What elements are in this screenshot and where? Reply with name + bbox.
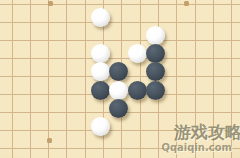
grid-vline [30, 0, 31, 158]
white-stone [91, 8, 110, 27]
white-stone [128, 44, 147, 63]
star-point [48, 1, 53, 6]
black-stone [146, 81, 165, 100]
grid-vline [85, 0, 86, 158]
grid-vline [48, 0, 49, 158]
grid-hline [0, 4, 240, 5]
black-stone [109, 99, 128, 118]
white-stone [91, 62, 110, 81]
grid-hline [0, 40, 240, 41]
white-stone [109, 81, 128, 100]
black-stone [109, 62, 128, 81]
black-stone [146, 62, 165, 81]
white-stone [91, 117, 110, 136]
star-point [184, 1, 189, 6]
star-point [47, 138, 52, 143]
watermark-title: 游戏攻略 [174, 121, 240, 144]
gomoku-board[interactable]: 游戏攻略 Qqaiqin.com [0, 0, 240, 158]
white-stone [91, 44, 110, 63]
black-stone [146, 44, 165, 63]
watermark-url: Qqaiqin.com [161, 142, 232, 153]
grid-hline [0, 58, 240, 59]
grid-vline [140, 0, 141, 158]
black-stone [91, 81, 110, 100]
grid-hline [0, 22, 240, 23]
grid-vline [12, 0, 13, 158]
black-stone [128, 81, 147, 100]
white-stone [146, 26, 165, 45]
grid-vline [66, 0, 67, 158]
